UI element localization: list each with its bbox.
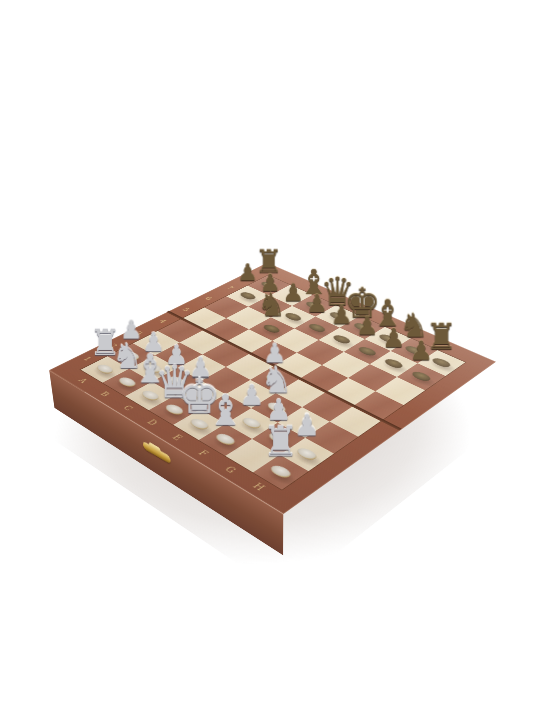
pawn-glyph: ♟ [397,324,446,377]
brass-clasp [142,438,171,467]
chess-scene: 12345678ABCDEFGH ♜♝♛♚♝♞♜♟♟♟♟♟♟♟♟♞♟♞♟♟♟♟♟… [0,0,540,720]
product-photo-page: 12345678ABCDEFGH ♜♝♛♚♝♞♜♟♟♟♟♟♟♟♟♞♟♞♟♟♟♟♟… [0,0,540,720]
knight-glyph: ♞ [249,280,294,329]
rook-glyph: ♜ [253,412,308,472]
chess-board-3d: 12345678ABCDEFGH ♜♝♛♚♝♞♜♟♟♟♟♟♟♟♟♞♟♞♟♟♟♟♟… [49,263,496,514]
bishop-glyph: ♝ [199,382,252,440]
